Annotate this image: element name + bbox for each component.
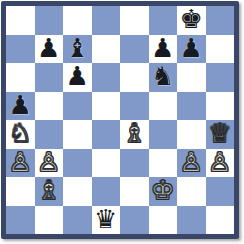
square-e8[interactable] (120, 6, 149, 35)
white-king[interactable]: ♔ (151, 177, 174, 204)
black-pawn[interactable]: ♟ (9, 92, 32, 119)
chessboard: ♚♟♝♟♟♟♞♟♘♗♕♙♙♙♙♗♔♛ (6, 6, 234, 234)
square-f8[interactable] (149, 6, 178, 35)
square-h7[interactable] (206, 35, 235, 64)
square-a3[interactable]: ♙ (6, 149, 35, 178)
square-c7[interactable]: ♝ (63, 35, 92, 64)
square-g8[interactable]: ♚ (177, 6, 206, 35)
square-e5[interactable] (120, 92, 149, 121)
square-g2[interactable] (177, 177, 206, 206)
chess-diagram: ♚♟♝♟♟♟♞♟♘♗♕♙♙♙♙♗♔♛ (0, 0, 244, 244)
square-e1[interactable] (120, 206, 149, 235)
square-a5[interactable]: ♟ (6, 92, 35, 121)
square-g1[interactable] (177, 206, 206, 235)
square-c3[interactable] (63, 149, 92, 178)
square-g4[interactable] (177, 120, 206, 149)
square-c8[interactable] (63, 6, 92, 35)
square-h8[interactable] (206, 6, 235, 35)
square-h5[interactable] (206, 92, 235, 121)
square-h4[interactable]: ♕ (206, 120, 235, 149)
square-c4[interactable] (63, 120, 92, 149)
square-f7[interactable]: ♟ (149, 35, 178, 64)
square-a4[interactable]: ♘ (6, 120, 35, 149)
square-b3[interactable]: ♙ (35, 149, 64, 178)
white-pawn[interactable]: ♙ (9, 149, 32, 176)
square-b4[interactable] (35, 120, 64, 149)
square-d3[interactable] (92, 149, 121, 178)
white-pawn[interactable]: ♙ (208, 149, 231, 176)
square-a7[interactable] (6, 35, 35, 64)
square-f2[interactable]: ♔ (149, 177, 178, 206)
square-e3[interactable] (120, 149, 149, 178)
white-pawn[interactable]: ♙ (37, 149, 60, 176)
square-h6[interactable] (206, 63, 235, 92)
white-bishop[interactable]: ♗ (37, 177, 60, 204)
square-h3[interactable]: ♙ (206, 149, 235, 178)
square-g3[interactable]: ♙ (177, 149, 206, 178)
square-g5[interactable] (177, 92, 206, 121)
white-pawn[interactable]: ♙ (180, 149, 203, 176)
black-pawn[interactable]: ♟ (66, 63, 89, 90)
square-a1[interactable] (6, 206, 35, 235)
square-a6[interactable] (6, 63, 35, 92)
square-b5[interactable] (35, 92, 64, 121)
square-e4[interactable]: ♗ (120, 120, 149, 149)
square-d6[interactable] (92, 63, 121, 92)
black-bishop[interactable]: ♝ (66, 35, 89, 62)
square-f4[interactable] (149, 120, 178, 149)
square-e6[interactable] (120, 63, 149, 92)
square-c5[interactable] (63, 92, 92, 121)
square-d5[interactable] (92, 92, 121, 121)
square-e2[interactable] (120, 177, 149, 206)
white-bishop[interactable]: ♗ (123, 120, 146, 147)
square-c6[interactable]: ♟ (63, 63, 92, 92)
square-b6[interactable] (35, 63, 64, 92)
white-queen[interactable]: ♕ (208, 120, 231, 147)
square-b7[interactable]: ♟ (35, 35, 64, 64)
black-king[interactable]: ♚ (180, 6, 203, 33)
square-h2[interactable] (206, 177, 235, 206)
square-f6[interactable]: ♞ (149, 63, 178, 92)
black-pawn[interactable]: ♟ (37, 35, 60, 62)
square-f3[interactable] (149, 149, 178, 178)
square-a2[interactable] (6, 177, 35, 206)
black-pawn[interactable]: ♟ (151, 35, 174, 62)
square-b2[interactable]: ♗ (35, 177, 64, 206)
square-d1[interactable]: ♛ (92, 206, 121, 235)
square-d4[interactable] (92, 120, 121, 149)
white-knight[interactable]: ♘ (9, 120, 32, 147)
square-f1[interactable] (149, 206, 178, 235)
square-h1[interactable] (206, 206, 235, 235)
square-c2[interactable] (63, 177, 92, 206)
square-f5[interactable] (149, 92, 178, 121)
square-g7[interactable]: ♟ (177, 35, 206, 64)
square-g6[interactable] (177, 63, 206, 92)
square-a8[interactable] (6, 6, 35, 35)
square-d7[interactable] (92, 35, 121, 64)
square-d2[interactable] (92, 177, 121, 206)
square-e7[interactable] (120, 35, 149, 64)
black-knight[interactable]: ♞ (151, 63, 174, 90)
black-queen[interactable]: ♛ (94, 206, 117, 233)
black-pawn[interactable]: ♟ (180, 35, 203, 62)
square-c1[interactable] (63, 206, 92, 235)
square-b8[interactable] (35, 6, 64, 35)
chessboard-frame: ♚♟♝♟♟♟♞♟♘♗♕♙♙♙♙♗♔♛ (1, 1, 239, 239)
square-b1[interactable] (35, 206, 64, 235)
square-d8[interactable] (92, 6, 121, 35)
